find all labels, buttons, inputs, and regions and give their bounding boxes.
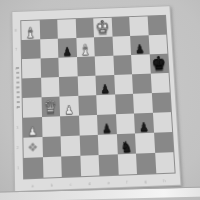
square-g8[interactable] [129,16,148,36]
square-c3[interactable] [60,116,79,137]
square-h1[interactable] [155,152,175,173]
square-f2[interactable]: ♞ [116,133,136,154]
file-label-c: c [69,182,71,187]
square-e7[interactable] [94,37,113,57]
black-knight-f2: ♞ [121,139,133,154]
square-e8[interactable]: ♚ [93,18,112,38]
square-a1[interactable] [24,157,43,178]
square-f4[interactable] [115,94,134,114]
white-pawn-a3: ♟ [28,125,37,137]
square-b3[interactable] [42,116,61,137]
square-a4[interactable] [23,97,42,117]
square-f7[interactable] [112,36,131,56]
white-queen-b4: ♛ [44,99,58,117]
square-c1[interactable] [61,156,80,177]
black-pawn-c7: ♟ [63,46,72,58]
square-c5[interactable] [59,76,78,96]
square-g5[interactable] [132,74,151,94]
square-f6[interactable] [113,55,132,75]
square-d4[interactable] [78,95,97,115]
square-a7[interactable] [22,39,41,59]
file-label-b: b [50,182,53,187]
square-g6[interactable] [131,54,150,74]
square-a8[interactable]: ♝ [21,20,39,40]
square-h5[interactable] [150,73,169,93]
square-a3[interactable]: ♟ [23,117,42,138]
file-label-h: h [163,178,166,183]
square-h6[interactable]: ♚ [149,54,168,74]
black-pawn-e5: ♟ [101,83,110,95]
square-a2[interactable]: ❖ [23,137,42,158]
square-b4[interactable]: ♛ [41,97,60,117]
file-label-g: g [144,179,147,184]
rank-label-3: 3 [16,124,19,129]
white-pawn-c4: ♟ [64,104,73,116]
chess-board: ♝♚♟♝♟♚♟♛♟♟♟♟❖♞ [20,15,175,180]
square-h4[interactable] [151,92,171,112]
board-mat: ♝♚♟♝♟♚♟♛♟♟♟♟❖♞ abcdefgh 87654321 [11,5,181,192]
square-f3[interactable] [116,114,135,135]
square-h2[interactable] [154,132,174,153]
file-label-f: f [126,180,128,185]
square-d7[interactable]: ♝ [76,37,95,57]
rank-label-8: 8 [15,27,18,32]
square-d5[interactable] [77,76,96,96]
square-d8[interactable] [75,18,94,38]
square-e2[interactable] [98,134,117,155]
square-g4[interactable] [133,93,152,113]
square-e5[interactable]: ♟ [95,75,114,95]
black-king-h6: ♚ [151,55,166,74]
black-pawn-g3: ♟ [139,121,149,133]
black-pawn-g7: ♟ [135,43,144,55]
file-label-e: e [107,180,110,185]
square-d2[interactable] [79,135,98,156]
square-e3[interactable]: ♟ [97,114,116,135]
square-g2[interactable] [135,133,155,154]
square-b5[interactable] [41,77,60,97]
photo-background: ♝♚♟♝♟♚♟♛♟♟♟♟❖♞ abcdefgh 87654321 [0,0,200,200]
file-label-a: a [31,183,34,188]
square-g1[interactable] [136,153,156,174]
square-f8[interactable] [111,17,130,37]
square-g7[interactable]: ♟ [130,35,149,55]
square-b7[interactable] [40,39,59,59]
square-d6[interactable] [77,56,96,76]
square-h8[interactable] [147,16,166,36]
board-maker-logo-icon: ❖ [27,140,38,155]
square-h3[interactable] [152,112,172,133]
white-king-e8: ♚ [95,19,110,37]
square-e4[interactable] [96,94,115,114]
square-c6[interactable] [58,57,77,77]
square-a6[interactable] [22,58,41,78]
square-b1[interactable] [42,157,61,178]
square-f1[interactable] [117,154,137,175]
square-c8[interactable] [57,19,76,39]
black-pawn-e3: ♟ [102,123,111,135]
square-f5[interactable] [114,74,133,94]
square-e6[interactable] [95,56,114,76]
square-e1[interactable] [99,154,119,175]
square-c7[interactable]: ♟ [58,38,77,58]
square-d3[interactable] [79,115,98,136]
square-b6[interactable] [40,58,59,78]
white-bishop-a8: ♝ [25,25,37,40]
rank-label-2: 2 [16,144,19,149]
square-c2[interactable] [61,136,80,157]
rank-label-7: 7 [15,46,18,51]
square-h7[interactable] [148,35,167,55]
white-bishop-d7: ♝ [79,42,91,57]
left-border-brand-marks [16,67,20,108]
square-c4[interactable]: ♟ [59,96,78,116]
square-b2[interactable] [42,136,61,157]
square-b8[interactable] [39,20,58,40]
square-a5[interactable] [22,78,41,98]
rank-label-1: 1 [17,165,20,170]
square-d1[interactable] [80,155,100,176]
square-g3[interactable]: ♟ [134,113,154,134]
file-label-d: d [88,181,91,186]
